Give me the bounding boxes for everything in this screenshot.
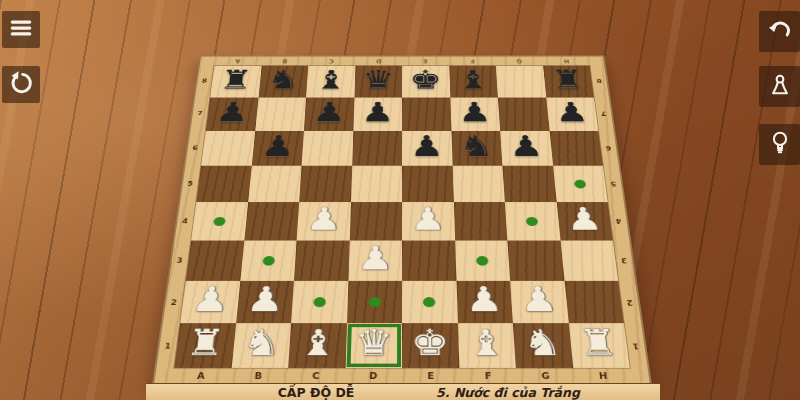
coord-label: 3	[621, 257, 628, 264]
square-f5[interactable]	[452, 166, 505, 203]
coord-label: F	[470, 58, 475, 63]
white-king-e1[interactable]: ♚	[411, 325, 450, 361]
black-pawn-g6[interactable]: ♟	[508, 132, 544, 160]
white-pawn-c4[interactable]: ♟	[305, 204, 342, 235]
square-d1[interactable]: ♛	[345, 323, 402, 368]
white-pawn-h4[interactable]: ♟	[565, 204, 604, 235]
coord-label: G	[516, 58, 522, 63]
square-c2[interactable]	[291, 281, 348, 323]
coord-label: 6	[606, 145, 612, 151]
square-a7[interactable]: ♟	[206, 98, 258, 131]
square-g3[interactable]	[507, 241, 564, 281]
hamburger-menu-icon	[8, 15, 34, 45]
square-d4[interactable]	[349, 202, 402, 240]
square-f7[interactable]: ♟	[450, 98, 500, 131]
black-pawn-a7[interactable]: ♟	[214, 99, 250, 126]
square-e7[interactable]	[402, 98, 451, 131]
white-bishop-f1[interactable]: ♝	[466, 325, 506, 361]
square-d3[interactable]: ♟	[348, 241, 402, 281]
black-bishop-c8[interactable]: ♝	[314, 67, 348, 93]
square-g6[interactable]: ♟	[500, 131, 553, 166]
square-d5[interactable]	[351, 166, 402, 203]
square-c1[interactable]: ♝	[288, 323, 346, 368]
black-rook-a8[interactable]: ♜	[218, 67, 254, 93]
square-e3[interactable]	[402, 241, 456, 281]
restart-icon	[8, 70, 34, 100]
coord-label: 8	[596, 78, 602, 84]
white-pawn-g2[interactable]: ♟	[519, 282, 559, 316]
coord-label: 3	[176, 257, 183, 264]
square-f4[interactable]	[453, 202, 507, 240]
square-b4[interactable]	[244, 202, 299, 240]
square-f2[interactable]: ♟	[456, 281, 513, 323]
coord-label: 1	[632, 342, 639, 350]
coord-label: 7	[197, 111, 203, 117]
coord-label: 7	[601, 111, 607, 117]
hint-button[interactable]	[759, 124, 800, 165]
white-bishop-c1[interactable]: ♝	[297, 325, 337, 361]
square-f6[interactable]: ♞	[451, 131, 502, 166]
legal-move-dot[interactable]	[526, 217, 539, 226]
player-pawn-icon	[767, 72, 793, 102]
square-h5[interactable]	[553, 166, 608, 203]
square-b5[interactable]	[248, 166, 302, 203]
square-c6[interactable]	[302, 131, 353, 166]
chess-board: ABCDEFGH 87654321 ♜♞♝♛♚♝♜♟♟♟♟♟♟♟♞♟♟♟♟♟♟♟…	[152, 0, 652, 385]
white-pawn-a2[interactable]: ♟	[190, 282, 232, 316]
coord-label: 6	[192, 145, 198, 151]
coord-label: D	[369, 371, 377, 380]
legal-move-dot[interactable]	[476, 256, 489, 266]
square-a3[interactable]	[186, 241, 244, 281]
square-f3[interactable]	[455, 241, 510, 281]
square-h2[interactable]	[564, 281, 624, 323]
square-c5[interactable]	[299, 166, 352, 203]
black-pawn-f7[interactable]: ♟	[458, 99, 493, 126]
square-c4[interactable]: ♟	[297, 202, 351, 240]
legal-move-dot[interactable]	[574, 179, 587, 188]
coord-label: E	[423, 58, 428, 63]
square-d6[interactable]	[352, 131, 402, 166]
coord-label: A	[235, 58, 241, 63]
square-e5[interactable]	[402, 166, 453, 203]
coord-label: 4	[616, 218, 623, 225]
coord-label: D	[376, 58, 381, 63]
square-b8[interactable]: ♞	[258, 66, 308, 98]
square-g2[interactable]: ♟	[510, 281, 568, 323]
move-turn-label: 5. Nước đi của Trắng	[378, 385, 638, 400]
square-h8[interactable]: ♜	[543, 66, 594, 98]
board-grid: ♜♞♝♛♚♝♜♟♟♟♟♟♟♟♞♟♟♟♟♟♟♟♟♟♜♞♝♛♚♝♞♜	[173, 65, 631, 369]
undo-move-button[interactable]	[759, 11, 800, 52]
black-bishop-f8[interactable]: ♝	[456, 67, 490, 93]
square-b2[interactable]: ♟	[236, 281, 294, 323]
square-b6[interactable]: ♟	[251, 131, 304, 166]
square-d7[interactable]: ♟	[353, 98, 402, 131]
legal-move-dot[interactable]	[213, 217, 226, 226]
coord-label: B	[254, 371, 262, 380]
square-c3[interactable]	[294, 241, 349, 281]
square-a5[interactable]	[196, 166, 251, 203]
coord-label: 5	[187, 180, 193, 187]
board-frame: ABCDEFGH 87654321 ♜♞♝♛♚♝♜♟♟♟♟♟♟♟♞♟♟♟♟♟♟♟…	[152, 55, 652, 385]
white-pawn-d3[interactable]: ♟	[357, 242, 394, 275]
white-rook-h1[interactable]: ♜	[577, 325, 620, 361]
black-pawn-e6[interactable]: ♟	[410, 132, 444, 160]
black-king-e8[interactable]: ♚	[409, 67, 442, 93]
square-h6[interactable]	[549, 131, 603, 166]
black-rook-h8[interactable]: ♜	[550, 67, 586, 93]
legal-move-dot[interactable]	[313, 297, 326, 307]
square-f8[interactable]: ♝	[449, 66, 498, 98]
square-e1[interactable]: ♚	[402, 323, 459, 368]
coord-label: B	[282, 58, 287, 63]
square-a8[interactable]: ♜	[210, 66, 261, 98]
square-h7[interactable]: ♟	[546, 98, 598, 131]
coord-label: A	[197, 371, 206, 380]
square-a1[interactable]: ♜	[174, 323, 235, 368]
black-pawn-h7[interactable]: ♟	[554, 99, 590, 126]
player-mode-button[interactable]	[759, 66, 800, 107]
legal-move-dot[interactable]	[262, 256, 275, 266]
black-pawn-b6[interactable]: ♟	[260, 132, 296, 160]
coord-label: 1	[164, 342, 171, 350]
legal-move-dot[interactable]	[368, 297, 381, 307]
square-a4[interactable]	[191, 202, 248, 240]
restart-game-button[interactable]	[2, 66, 40, 103]
white-rook-a1[interactable]: ♜	[184, 325, 227, 361]
file-labels-bottom: ABCDEFGH	[171, 369, 633, 384]
square-d2[interactable]	[347, 281, 402, 323]
white-pawn-f2[interactable]: ♟	[465, 282, 504, 316]
board-front-edge: CẤP ĐỘ DỄ 5. Nước đi của Trắng	[146, 383, 660, 400]
black-pawn-d7[interactable]: ♟	[361, 99, 395, 126]
coord-label: 2	[627, 298, 634, 306]
white-pawn-b2[interactable]: ♟	[245, 282, 285, 316]
square-h4[interactable]: ♟	[556, 202, 613, 240]
square-g7[interactable]	[498, 98, 549, 131]
square-b1[interactable]: ♞	[231, 323, 291, 368]
white-queen-d1[interactable]: ♛	[354, 325, 393, 361]
square-e4[interactable]: ♟	[402, 202, 455, 240]
coord-label: 4	[182, 218, 189, 225]
white-knight-b1[interactable]: ♞	[241, 325, 283, 361]
square-c7[interactable]: ♟	[304, 98, 354, 131]
black-pawn-c7[interactable]: ♟	[312, 99, 347, 126]
square-g1[interactable]: ♞	[513, 323, 573, 368]
legal-move-dot[interactable]	[423, 297, 436, 307]
black-queen-d8[interactable]: ♛	[362, 67, 395, 93]
coord-label: H	[598, 371, 607, 380]
coord-label: C	[329, 58, 334, 63]
white-pawn-e4[interactable]: ♟	[410, 204, 446, 235]
coord-label: F	[485, 371, 492, 380]
light-bulb-icon	[767, 130, 793, 160]
coord-label: G	[541, 371, 550, 380]
square-c8[interactable]: ♝	[306, 66, 355, 98]
coord-label: 2	[170, 298, 177, 306]
square-g4[interactable]	[505, 202, 560, 240]
square-g8[interactable]	[496, 66, 546, 98]
square-b7[interactable]	[255, 98, 306, 131]
square-a6[interactable]	[201, 131, 255, 166]
coord-label: 5	[610, 180, 616, 187]
black-knight-f6[interactable]: ♞	[459, 132, 494, 160]
square-e8[interactable]: ♚	[402, 66, 450, 98]
square-a2[interactable]: ♟	[180, 281, 240, 323]
black-knight-b8[interactable]: ♞	[266, 67, 301, 93]
coord-label: E	[427, 371, 434, 380]
square-d8[interactable]: ♛	[354, 66, 402, 98]
square-b3[interactable]	[240, 241, 297, 281]
square-h3[interactable]	[560, 241, 618, 281]
undo-arrow-icon	[767, 17, 793, 47]
square-f1[interactable]: ♝	[457, 323, 515, 368]
square-e2[interactable]	[402, 281, 457, 323]
white-knight-g1[interactable]: ♞	[522, 325, 564, 361]
coord-label: 8	[202, 78, 208, 84]
square-g5[interactable]	[502, 166, 556, 203]
coord-label: C	[312, 371, 320, 380]
coord-label: H	[563, 58, 569, 63]
square-h1[interactable]: ♜	[568, 323, 629, 368]
menu-button[interactable]	[2, 11, 40, 48]
square-e6[interactable]: ♟	[402, 131, 452, 166]
